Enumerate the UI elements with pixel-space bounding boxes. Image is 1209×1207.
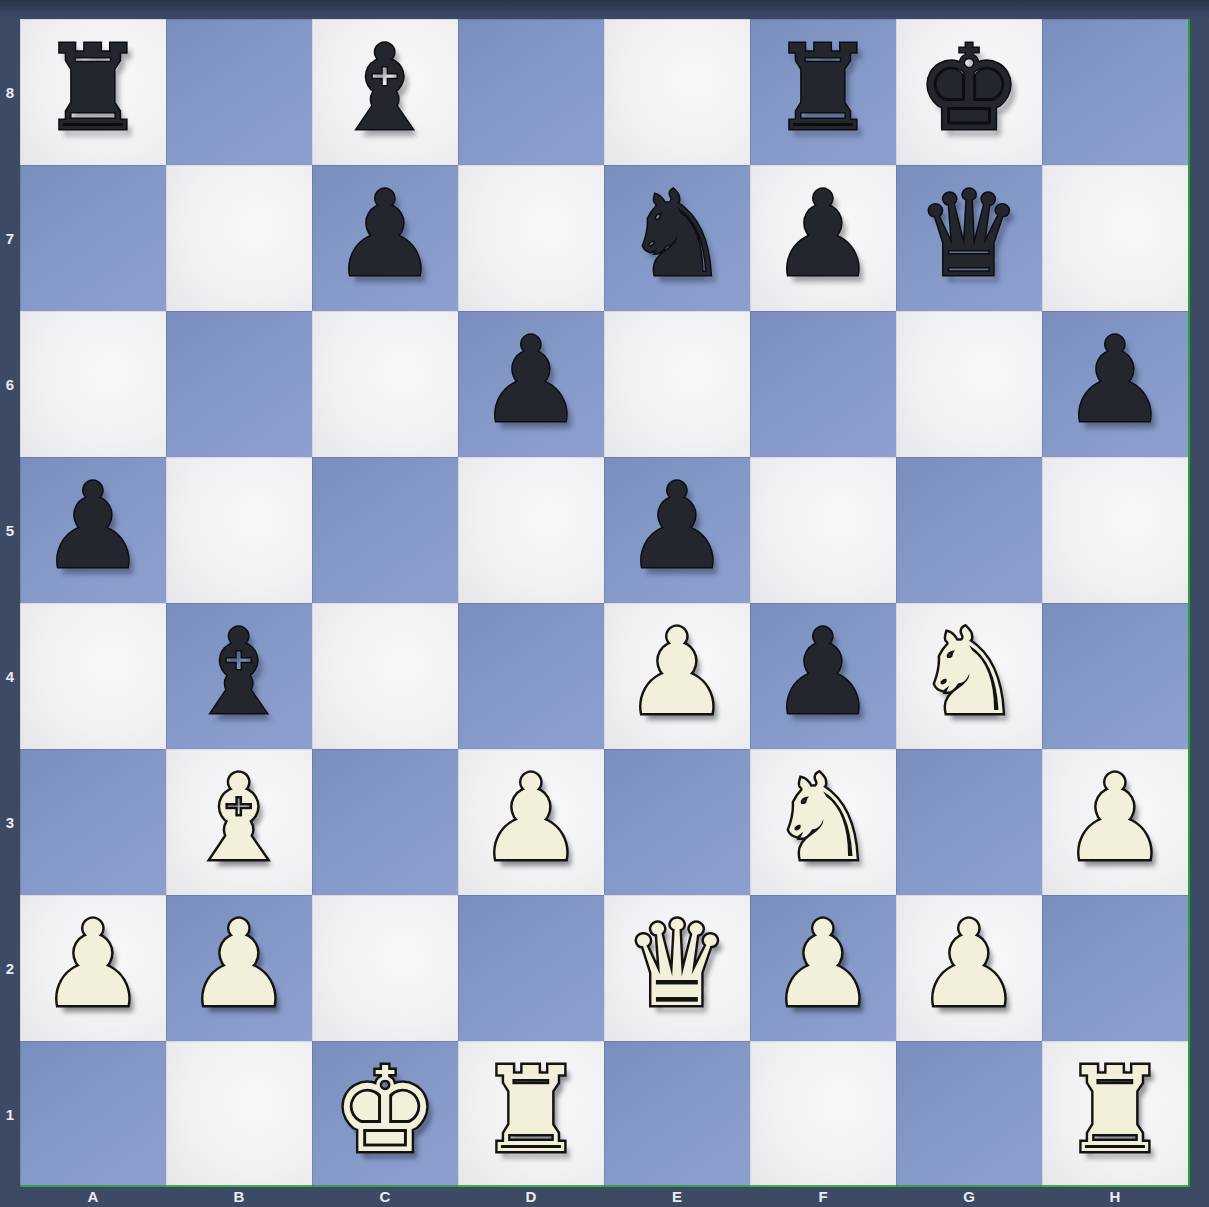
white-pawn-piece[interactable]: ♟ <box>624 613 730 731</box>
file-label-g: G <box>896 1187 1042 1207</box>
square-h5[interactable] <box>1042 457 1188 603</box>
white-pawn-piece[interactable]: ♟ <box>916 905 1022 1023</box>
square-g6[interactable] <box>896 311 1042 457</box>
square-f7[interactable]: ♟ <box>750 165 896 311</box>
square-h7[interactable] <box>1042 165 1188 311</box>
black-pawn-piece[interactable]: ♟ <box>1062 321 1168 439</box>
square-b8[interactable] <box>166 19 312 165</box>
rank-label-7: 7 <box>0 165 20 311</box>
white-pawn-piece[interactable]: ♟ <box>1062 759 1168 877</box>
white-pawn-piece[interactable]: ♟ <box>186 905 292 1023</box>
square-e4[interactable]: ♟ <box>604 603 750 749</box>
square-a1[interactable] <box>20 1041 166 1187</box>
white-rook-piece[interactable]: ♜ <box>1062 1051 1168 1169</box>
square-d3[interactable]: ♟ <box>458 749 604 895</box>
square-h1[interactable]: ♜ <box>1042 1041 1188 1187</box>
white-bishop-piece[interactable]: ♝ <box>186 759 292 877</box>
square-d7[interactable] <box>458 165 604 311</box>
white-knight-piece[interactable]: ♞ <box>916 613 1022 731</box>
square-f3[interactable]: ♞ <box>750 749 896 895</box>
square-h8[interactable] <box>1042 19 1188 165</box>
white-king-piece[interactable]: ♚ <box>332 1051 438 1169</box>
rank-label-6: 6 <box>0 311 20 457</box>
black-rook-piece[interactable]: ♜ <box>40 29 146 147</box>
black-pawn-piece[interactable]: ♟ <box>624 467 730 585</box>
square-e5[interactable]: ♟ <box>604 457 750 603</box>
chess-board[interactable]: ♜♝♜♚♟♞♟♛♟♟♟♟♝♟♟♞♝♟♞♟♟♟♛♟♟♚♜♜ <box>20 19 1188 1187</box>
rank-label-2: 2 <box>0 895 20 1041</box>
square-h4[interactable] <box>1042 603 1188 749</box>
black-knight-piece[interactable]: ♞ <box>624 175 730 293</box>
rank-coordinate-column: 87654321 <box>0 19 20 1187</box>
black-pawn-piece[interactable]: ♟ <box>332 175 438 293</box>
white-pawn-piece[interactable]: ♟ <box>478 759 584 877</box>
file-label-e: E <box>604 1187 750 1207</box>
square-f4[interactable]: ♟ <box>750 603 896 749</box>
square-b7[interactable] <box>166 165 312 311</box>
white-queen-piece[interactable]: ♛ <box>624 905 730 1023</box>
black-pawn-piece[interactable]: ♟ <box>770 613 876 731</box>
white-rook-piece[interactable]: ♜ <box>478 1051 584 1169</box>
square-g5[interactable] <box>896 457 1042 603</box>
black-pawn-piece[interactable]: ♟ <box>478 321 584 439</box>
square-a4[interactable] <box>20 603 166 749</box>
rank-label-4: 4 <box>0 603 20 749</box>
square-e8[interactable] <box>604 19 750 165</box>
square-a6[interactable] <box>20 311 166 457</box>
black-bishop-piece[interactable]: ♝ <box>332 29 438 147</box>
black-rook-piece[interactable]: ♜ <box>770 29 876 147</box>
square-g7[interactable]: ♛ <box>896 165 1042 311</box>
square-f6[interactable] <box>750 311 896 457</box>
square-c1[interactable]: ♚ <box>312 1041 458 1187</box>
square-e1[interactable] <box>604 1041 750 1187</box>
square-g4[interactable]: ♞ <box>896 603 1042 749</box>
square-a3[interactable] <box>20 749 166 895</box>
black-pawn-piece[interactable]: ♟ <box>770 175 876 293</box>
square-c7[interactable]: ♟ <box>312 165 458 311</box>
square-g2[interactable]: ♟ <box>896 895 1042 1041</box>
square-g8[interactable]: ♚ <box>896 19 1042 165</box>
file-label-h: H <box>1042 1187 1188 1207</box>
rank-label-8: 8 <box>0 19 20 165</box>
black-pawn-piece[interactable]: ♟ <box>40 467 146 585</box>
square-f1[interactable] <box>750 1041 896 1187</box>
rank-label-5: 5 <box>0 457 20 603</box>
file-label-b: B <box>166 1187 312 1207</box>
square-d4[interactable] <box>458 603 604 749</box>
square-c2[interactable] <box>312 895 458 1041</box>
square-f5[interactable] <box>750 457 896 603</box>
square-b3[interactable]: ♝ <box>166 749 312 895</box>
square-e6[interactable] <box>604 311 750 457</box>
square-c8[interactable]: ♝ <box>312 19 458 165</box>
white-knight-piece[interactable]: ♞ <box>770 759 876 877</box>
black-queen-piece[interactable]: ♛ <box>916 175 1022 293</box>
square-g3[interactable] <box>896 749 1042 895</box>
black-bishop-piece[interactable]: ♝ <box>186 613 292 731</box>
square-a7[interactable] <box>20 165 166 311</box>
chess-board-frame: 87654321 ♜♝♜♚♟♞♟♛♟♟♟♟♝♟♟♞♝♟♞♟♟♟♛♟♟♚♜♜ AB… <box>0 0 1209 1207</box>
white-pawn-piece[interactable]: ♟ <box>770 905 876 1023</box>
square-b5[interactable] <box>166 457 312 603</box>
square-b1[interactable] <box>166 1041 312 1187</box>
square-c5[interactable] <box>312 457 458 603</box>
square-h6[interactable]: ♟ <box>1042 311 1188 457</box>
square-d2[interactable] <box>458 895 604 1041</box>
square-c4[interactable] <box>312 603 458 749</box>
square-b2[interactable]: ♟ <box>166 895 312 1041</box>
square-d5[interactable] <box>458 457 604 603</box>
square-d6[interactable]: ♟ <box>458 311 604 457</box>
square-f2[interactable]: ♟ <box>750 895 896 1041</box>
rank-label-1: 1 <box>0 1041 20 1187</box>
square-f8[interactable]: ♜ <box>750 19 896 165</box>
square-a8[interactable]: ♜ <box>20 19 166 165</box>
file-coordinate-row: ABCDEFGH <box>20 1187 1188 1207</box>
file-label-c: C <box>312 1187 458 1207</box>
square-b6[interactable] <box>166 311 312 457</box>
file-label-d: D <box>458 1187 604 1207</box>
square-g1[interactable] <box>896 1041 1042 1187</box>
square-h3[interactable]: ♟ <box>1042 749 1188 895</box>
square-c6[interactable] <box>312 311 458 457</box>
square-e2[interactable]: ♛ <box>604 895 750 1041</box>
white-pawn-piece[interactable]: ♟ <box>40 905 146 1023</box>
square-e3[interactable] <box>604 749 750 895</box>
board-edge-highlight-right <box>1188 19 1190 1187</box>
square-h2[interactable] <box>1042 895 1188 1041</box>
rank-label-3: 3 <box>0 749 20 895</box>
square-a5[interactable]: ♟ <box>20 457 166 603</box>
square-e7[interactable]: ♞ <box>604 165 750 311</box>
square-a2[interactable]: ♟ <box>20 895 166 1041</box>
file-label-a: A <box>20 1187 166 1207</box>
square-d1[interactable]: ♜ <box>458 1041 604 1187</box>
square-b4[interactable]: ♝ <box>166 603 312 749</box>
file-label-f: F <box>750 1187 896 1207</box>
black-king-piece[interactable]: ♚ <box>916 29 1022 147</box>
square-c3[interactable] <box>312 749 458 895</box>
square-d8[interactable] <box>458 19 604 165</box>
